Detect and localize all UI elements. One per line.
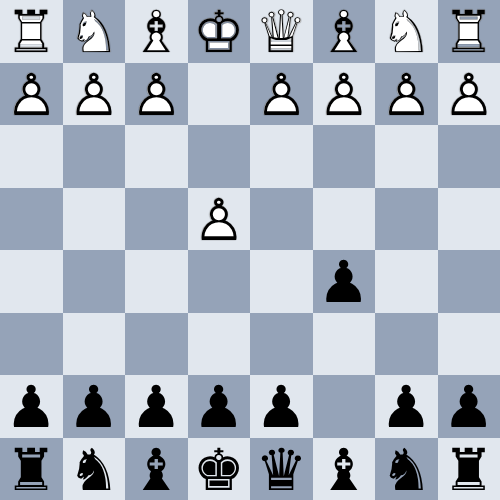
white-pawn-outline: ♙ — [438, 63, 500, 126]
white-bishop-outline: ♗ — [125, 0, 188, 63]
black-queen-icon[interactable]: ♛ — [250, 438, 313, 500]
white-knight-outline: ♘ — [375, 0, 438, 63]
white-pawn-outline: ♙ — [188, 188, 251, 251]
square-g8[interactable]: ♞ — [63, 438, 126, 500]
square-e6[interactable] — [188, 313, 251, 376]
black-pawn-icon[interactable]: ♟ — [250, 375, 313, 438]
black-knight-glyph: ♞ — [63, 438, 126, 500]
white-pawn-outline: ♙ — [125, 63, 188, 126]
square-g1[interactable]: ♞♘ — [63, 0, 126, 63]
black-pawn-glyph: ♟ — [63, 375, 126, 438]
white-knight-outline: ♘ — [63, 0, 126, 63]
black-queen-glyph: ♛ — [250, 438, 313, 500]
black-king-icon[interactable]: ♚ — [188, 438, 251, 500]
black-rook-icon[interactable]: ♜ — [438, 438, 500, 500]
square-h2[interactable]: ♟♙ — [0, 63, 63, 126]
square-d7[interactable]: ♟ — [250, 375, 313, 438]
square-d6[interactable] — [250, 313, 313, 376]
white-rook-icon[interactable]: ♜♖ — [0, 0, 63, 63]
white-knight-icon[interactable]: ♞♘ — [375, 0, 438, 63]
black-rook-glyph: ♜ — [438, 438, 500, 500]
white-pawn-outline: ♙ — [250, 63, 313, 126]
square-g2[interactable]: ♟♙ — [63, 63, 126, 126]
black-pawn-icon[interactable]: ♟ — [0, 375, 63, 438]
black-pawn-icon[interactable]: ♟ — [63, 375, 126, 438]
square-d1[interactable]: ♛♕ — [250, 0, 313, 63]
black-knight-icon[interactable]: ♞ — [375, 438, 438, 500]
square-g4[interactable] — [63, 188, 126, 251]
white-rook-icon[interactable]: ♜♖ — [438, 0, 500, 63]
square-a1[interactable]: ♜♖ — [438, 0, 500, 63]
white-bishop-outline: ♗ — [313, 0, 376, 63]
square-c7[interactable] — [313, 375, 376, 438]
square-b1[interactable]: ♞♘ — [375, 0, 438, 63]
black-pawn-icon[interactable]: ♟ — [438, 375, 500, 438]
white-queen-outline: ♕ — [250, 0, 313, 63]
square-g7[interactable]: ♟ — [63, 375, 126, 438]
black-bishop-icon[interactable]: ♝ — [125, 438, 188, 500]
white-pawn-icon[interactable]: ♟♙ — [250, 63, 313, 126]
square-b3[interactable] — [375, 125, 438, 188]
white-pawn-icon[interactable]: ♟♙ — [0, 63, 63, 126]
square-e1[interactable]: ♚♔ — [188, 0, 251, 63]
square-b5[interactable] — [375, 250, 438, 313]
black-pawn-icon[interactable]: ♟ — [188, 375, 251, 438]
square-h4[interactable] — [0, 188, 63, 251]
black-pawn-glyph: ♟ — [0, 375, 63, 438]
square-f2[interactable]: ♟♙ — [125, 63, 188, 126]
black-knight-icon[interactable]: ♞ — [63, 438, 126, 500]
black-pawn-icon[interactable]: ♟ — [125, 375, 188, 438]
white-king-outline: ♔ — [188, 0, 251, 63]
square-h6[interactable] — [0, 313, 63, 376]
black-pawn-glyph: ♟ — [188, 375, 251, 438]
square-a3[interactable] — [438, 125, 500, 188]
square-h8[interactable]: ♜ — [0, 438, 63, 500]
white-pawn-icon[interactable]: ♟♙ — [125, 63, 188, 126]
white-bishop-icon[interactable]: ♝♗ — [125, 0, 188, 63]
square-d5[interactable] — [250, 250, 313, 313]
square-f1[interactable]: ♝♗ — [125, 0, 188, 63]
white-queen-icon[interactable]: ♛♕ — [250, 0, 313, 63]
black-knight-glyph: ♞ — [375, 438, 438, 500]
square-e4[interactable]: ♟♙ — [188, 188, 251, 251]
square-f7[interactable]: ♟ — [125, 375, 188, 438]
square-c6[interactable] — [313, 313, 376, 376]
black-pawn-glyph: ♟ — [438, 375, 500, 438]
square-e8[interactable]: ♚ — [188, 438, 251, 500]
square-c1[interactable]: ♝♗ — [313, 0, 376, 63]
square-d2[interactable]: ♟♙ — [250, 63, 313, 126]
black-bishop-glyph: ♝ — [125, 438, 188, 500]
square-b7[interactable]: ♟ — [375, 375, 438, 438]
square-d4[interactable] — [250, 188, 313, 251]
square-c8[interactable]: ♝ — [313, 438, 376, 500]
white-rook-outline: ♖ — [0, 0, 63, 63]
white-knight-icon[interactable]: ♞♘ — [63, 0, 126, 63]
white-rook-outline: ♖ — [438, 0, 500, 63]
white-bishop-icon[interactable]: ♝♗ — [313, 0, 376, 63]
square-f6[interactable] — [125, 313, 188, 376]
square-a5[interactable] — [438, 250, 500, 313]
square-a4[interactable] — [438, 188, 500, 251]
square-e5[interactable] — [188, 250, 251, 313]
square-e3[interactable] — [188, 125, 251, 188]
white-pawn-icon[interactable]: ♟♙ — [375, 63, 438, 126]
black-pawn-glyph: ♟ — [125, 375, 188, 438]
square-c3[interactable] — [313, 125, 376, 188]
white-king-icon[interactable]: ♚♔ — [188, 0, 251, 63]
square-d8[interactable]: ♛ — [250, 438, 313, 500]
white-pawn-icon[interactable]: ♟♙ — [313, 63, 376, 126]
white-pawn-icon[interactable]: ♟♙ — [188, 188, 251, 251]
square-b2[interactable]: ♟♙ — [375, 63, 438, 126]
black-pawn-icon[interactable]: ♟ — [375, 375, 438, 438]
square-a7[interactable]: ♟ — [438, 375, 500, 438]
black-bishop-icon[interactable]: ♝ — [313, 438, 376, 500]
square-h7[interactable]: ♟ — [0, 375, 63, 438]
square-a6[interactable] — [438, 313, 500, 376]
black-bishop-glyph: ♝ — [313, 438, 376, 500]
square-c5[interactable]: ♟ — [313, 250, 376, 313]
white-pawn-outline: ♙ — [313, 63, 376, 126]
square-e2[interactable] — [188, 63, 251, 126]
white-pawn-icon[interactable]: ♟♙ — [63, 63, 126, 126]
square-c4[interactable] — [313, 188, 376, 251]
white-pawn-outline: ♙ — [0, 63, 63, 126]
black-pawn-icon[interactable]: ♟ — [313, 250, 376, 313]
square-g6[interactable] — [63, 313, 126, 376]
square-e7[interactable]: ♟ — [188, 375, 251, 438]
square-b4[interactable] — [375, 188, 438, 251]
square-f8[interactable]: ♝ — [125, 438, 188, 500]
square-h5[interactable] — [0, 250, 63, 313]
square-a8[interactable]: ♜ — [438, 438, 500, 500]
black-pawn-glyph: ♟ — [313, 250, 376, 313]
square-h1[interactable]: ♜♖ — [0, 0, 63, 63]
square-g3[interactable] — [63, 125, 126, 188]
white-pawn-outline: ♙ — [375, 63, 438, 126]
white-pawn-outline: ♙ — [63, 63, 126, 126]
white-pawn-icon[interactable]: ♟♙ — [438, 63, 500, 126]
square-f3[interactable] — [125, 125, 188, 188]
black-rook-icon[interactable]: ♜ — [0, 438, 63, 500]
square-d3[interactable] — [250, 125, 313, 188]
square-b6[interactable] — [375, 313, 438, 376]
square-b8[interactable]: ♞ — [375, 438, 438, 500]
square-h3[interactable] — [0, 125, 63, 188]
square-f5[interactable] — [125, 250, 188, 313]
black-king-glyph: ♚ — [188, 438, 251, 500]
square-a2[interactable]: ♟♙ — [438, 63, 500, 126]
square-f4[interactable] — [125, 188, 188, 251]
black-pawn-glyph: ♟ — [375, 375, 438, 438]
black-rook-glyph: ♜ — [0, 438, 63, 500]
black-pawn-glyph: ♟ — [250, 375, 313, 438]
chess-board: ♜♖♞♘♝♗♚♔♛♕♝♗♞♘♜♖♟♙♟♙♟♙♟♙♟♙♟♙♟♙♟♙♟♟♟♟♟♟♟♟… — [0, 0, 500, 500]
square-g5[interactable] — [63, 250, 126, 313]
square-c2[interactable]: ♟♙ — [313, 63, 376, 126]
